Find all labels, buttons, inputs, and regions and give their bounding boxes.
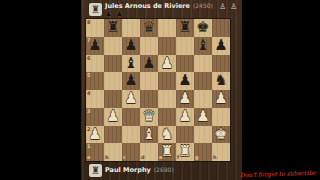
rank-label: 5 [87, 73, 90, 78]
board-square-g3[interactable]: ♟ [194, 108, 212, 126]
bottom-player-avatar: ♜ [89, 164, 102, 177]
board-square-c7[interactable]: ♟ [122, 37, 140, 55]
white-piece-p-h4[interactable]: ♟ [212, 89, 230, 107]
board-square-d7[interactable] [140, 37, 158, 55]
white-piece-p-e6[interactable]: ♟ [158, 54, 176, 72]
board-square-g1[interactable]: g [194, 143, 212, 161]
white-piece-p-g3[interactable]: ♟ [194, 107, 212, 125]
rank-label: 1 [87, 144, 90, 149]
board-square-a1[interactable]: 1a [86, 143, 104, 161]
board-square-c5[interactable]: ♟ [122, 72, 140, 90]
white-pawn-icons[interactable]: ♙ ♙ [219, 2, 238, 11]
black-piece-b-g7[interactable]: ♝ [194, 36, 212, 54]
bottom-player-bar: ♜ Paul Morphy(2690) [81, 161, 242, 180]
bottom-player-rating: (2690) [154, 166, 174, 173]
black-piece-r-f8[interactable]: ♜ [176, 18, 194, 36]
board-square-g4[interactable] [194, 90, 212, 108]
top-player-bar: ♜ Jules Arnous de Riviere(2450) ♟ ♟ ♙ ♙ [81, 0, 242, 19]
board-square-d2[interactable]: ♝ [140, 126, 158, 144]
board-square-h8[interactable] [212, 19, 230, 37]
file-label: h [213, 155, 217, 160]
white-piece-p-b3[interactable]: ♟ [104, 107, 122, 125]
file-label: d [141, 155, 145, 160]
file-label: g [195, 155, 199, 160]
board-square-f1[interactable]: f♜ [176, 143, 194, 161]
board-square-e7[interactable] [158, 37, 176, 55]
board-square-b6[interactable] [104, 55, 122, 73]
white-piece-k-h2[interactable]: ♚ [212, 125, 230, 143]
black-piece-b-c6[interactable]: ♝ [122, 54, 140, 72]
white-piece-r-f1[interactable]: ♜ [176, 142, 194, 160]
board-square-h2[interactable]: ♚ [212, 126, 230, 144]
bottom-player-name: Paul Morphy(2690) [105, 166, 174, 174]
board-square-a8[interactable]: 8 [86, 19, 104, 37]
white-piece-b-d2[interactable]: ♝ [140, 125, 158, 143]
board-square-a2[interactable]: 2♟ [86, 126, 104, 144]
board-square-g2[interactable] [194, 126, 212, 144]
video-frame: ♜ Jules Arnous de Riviere(2450) ♟ ♟ ♙ ♙ … [0, 0, 320, 180]
white-piece-p-a2[interactable]: ♟ [86, 125, 104, 143]
board-square-e8[interactable] [158, 19, 176, 37]
board-square-a6[interactable]: 6 [86, 55, 104, 73]
board-square-h4[interactable]: ♟ [212, 90, 230, 108]
black-piece-n-h5[interactable]: ♞ [212, 71, 230, 89]
top-player-avatar: ♜ [89, 3, 102, 16]
chess-app-content: ♜ Jules Arnous de Riviere(2450) ♟ ♟ ♙ ♙ … [81, 0, 242, 180]
top-captured-pawn-icons: ♟ ♟ [105, 9, 124, 18]
board-square-b3[interactable]: ♟ [104, 108, 122, 126]
board-square-e6[interactable]: ♟ [158, 55, 176, 73]
board-square-f5[interactable]: ♟ [176, 72, 194, 90]
board-square-e4[interactable] [158, 90, 176, 108]
board-square-b5[interactable] [104, 72, 122, 90]
board-square-h3[interactable] [212, 108, 230, 126]
board-square-f3[interactable]: ♟ [176, 108, 194, 126]
rook-icon: ♜ [91, 164, 100, 177]
white-piece-p-f4[interactable]: ♟ [176, 89, 194, 107]
white-piece-p-f3[interactable]: ♟ [176, 107, 194, 125]
board-square-c1[interactable]: c [122, 143, 140, 161]
subscribe-text: Don't forget to subscribe [240, 169, 316, 179]
board-square-a7[interactable]: 7♟ [86, 37, 104, 55]
rank-label: 8 [87, 20, 90, 25]
board-square-g6[interactable] [194, 55, 212, 73]
black-piece-p-c7[interactable]: ♟ [122, 36, 140, 54]
black-piece-p-c5[interactable]: ♟ [122, 71, 140, 89]
board-square-d1[interactable]: d [140, 143, 158, 161]
board-square-h7[interactable]: ♟ [212, 37, 230, 55]
board-square-b1[interactable]: b [104, 143, 122, 161]
board-square-d4[interactable] [140, 90, 158, 108]
board-square-g5[interactable] [194, 72, 212, 90]
board-square-e5[interactable] [158, 72, 176, 90]
board-square-c8[interactable] [122, 19, 140, 37]
file-label: c [123, 155, 126, 160]
board-square-f6[interactable] [176, 55, 194, 73]
file-label: b [105, 155, 109, 160]
board-square-d3[interactable]: ♛ [140, 108, 158, 126]
board-square-a4[interactable]: 4 [86, 90, 104, 108]
board-square-b8[interactable]: ♜ [104, 19, 122, 37]
top-player-rating: (2450) [193, 2, 213, 9]
chess-board: 8♜♛♜♚7♟♟♝♟6♝♟♟5♟♟♞4♟♟♟3♟♛♟♟2♟♝♞♚1abcde♜f… [86, 19, 230, 161]
black-piece-p-f5[interactable]: ♟ [176, 71, 194, 89]
black-piece-r-b8[interactable]: ♜ [104, 18, 122, 36]
black-piece-p-h7[interactable]: ♟ [212, 36, 230, 54]
board-square-d6[interactable]: ♟ [140, 55, 158, 73]
board-square-c4[interactable]: ♟ [122, 90, 140, 108]
board-square-f7[interactable] [176, 37, 194, 55]
board-square-a3[interactable]: 3 [86, 108, 104, 126]
board-square-f4[interactable]: ♟ [176, 90, 194, 108]
black-piece-p-d6[interactable]: ♟ [140, 54, 158, 72]
black-piece-k-g8[interactable]: ♚ [194, 18, 212, 36]
rank-label: 6 [87, 56, 90, 61]
board-square-c2[interactable] [122, 126, 140, 144]
rank-label: 3 [87, 109, 90, 114]
board-square-c3[interactable] [122, 108, 140, 126]
rank-label: 4 [87, 91, 90, 96]
black-piece-p-a7[interactable]: ♟ [86, 36, 104, 54]
board-square-b4[interactable] [104, 90, 122, 108]
board-square-g8[interactable]: ♚ [194, 19, 212, 37]
board-square-e1[interactable]: e♜ [158, 143, 176, 161]
board-square-d5[interactable] [140, 72, 158, 90]
file-label: a [87, 155, 90, 160]
white-piece-r-e1[interactable]: ♜ [158, 142, 176, 160]
board-square-c6[interactable]: ♝ [122, 55, 140, 73]
board-square-d8[interactable]: ♛ [140, 19, 158, 37]
black-piece-q-d8[interactable]: ♛ [140, 18, 158, 36]
white-piece-p-c4[interactable]: ♟ [122, 89, 140, 107]
board-square-e3[interactable] [158, 108, 176, 126]
board-square-f8[interactable]: ♜ [176, 19, 194, 37]
board-square-g7[interactable]: ♝ [194, 37, 212, 55]
board-square-b7[interactable] [104, 37, 122, 55]
rook-icon: ♜ [91, 3, 100, 16]
board-square-e2[interactable]: ♞ [158, 126, 176, 144]
board-square-a5[interactable]: 5 [86, 72, 104, 90]
board-square-h1[interactable]: h [212, 143, 230, 161]
board-square-h6[interactable] [212, 55, 230, 73]
board-square-b2[interactable] [104, 126, 122, 144]
white-piece-q-d3[interactable]: ♛ [140, 107, 158, 125]
board-square-f2[interactable] [176, 126, 194, 144]
white-piece-n-e2[interactable]: ♞ [158, 125, 176, 143]
board-square-h5[interactable]: ♞ [212, 72, 230, 90]
